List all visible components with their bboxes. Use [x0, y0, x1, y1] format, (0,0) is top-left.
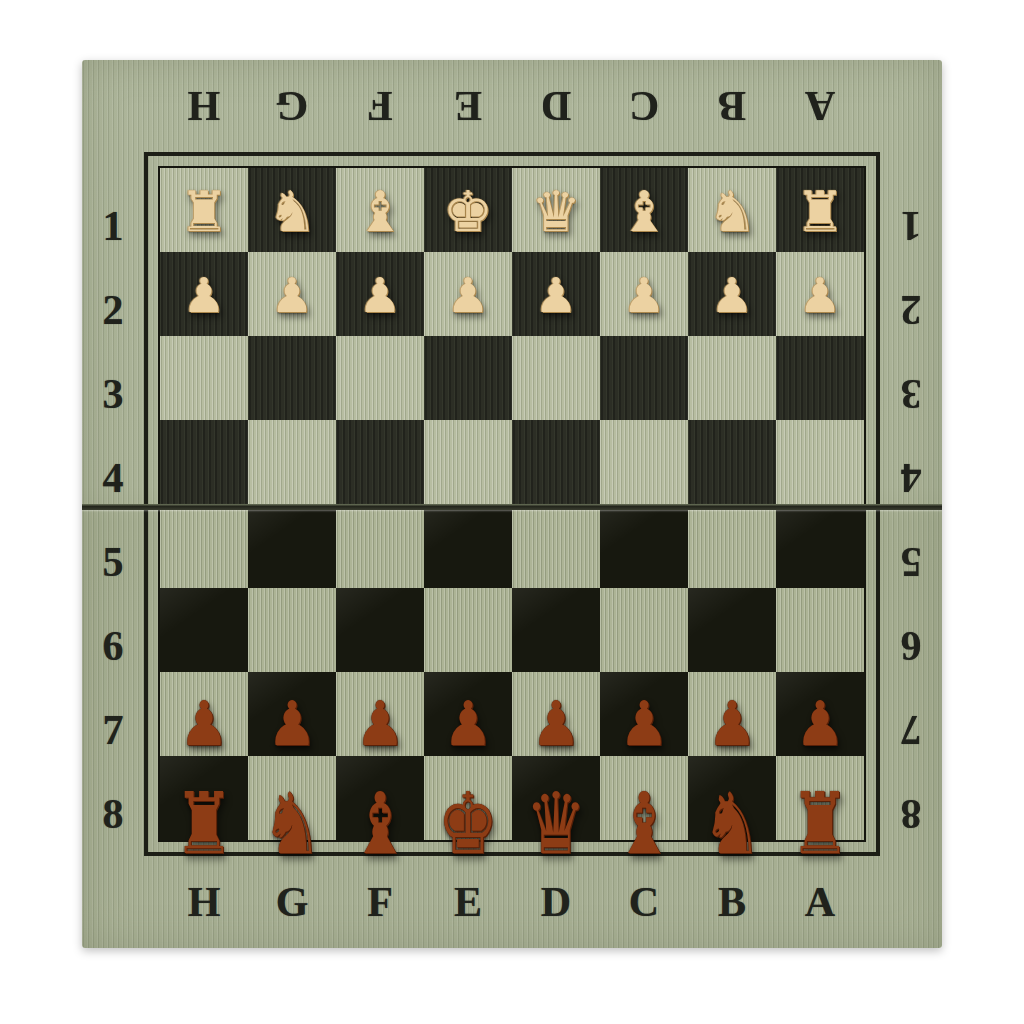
piece-black-knight-b8[interactable]: ♞ — [702, 782, 763, 867]
square-g2[interactable]: ♟ — [248, 252, 336, 336]
square-f6[interactable] — [336, 588, 424, 672]
rank-label-right-2: 2 — [880, 268, 942, 352]
square-e6[interactable] — [424, 588, 512, 672]
square-f8[interactable]: ♝ — [336, 756, 424, 840]
square-b3[interactable] — [688, 336, 776, 420]
square-h3[interactable] — [160, 336, 248, 420]
piece-black-pawn-h7[interactable]: ♟ — [179, 693, 229, 755]
square-a3[interactable] — [776, 336, 864, 420]
piece-white-pawn-g2[interactable]: ♟ — [270, 272, 313, 320]
square-c8[interactable]: ♝ — [600, 756, 688, 840]
square-g3[interactable] — [248, 336, 336, 420]
piece-white-rook-a1[interactable]: ♜ — [795, 184, 845, 240]
file-label-top-f: F — [336, 60, 424, 152]
square-d3[interactable] — [512, 336, 600, 420]
square-e5[interactable] — [424, 504, 512, 588]
chess-board: HGFEDCBA 12345678 12345678 ♜♞♝♚♛♝♞♜♟♟♟♟♟… — [82, 60, 942, 948]
square-e2[interactable]: ♟ — [424, 252, 512, 336]
square-c3[interactable] — [600, 336, 688, 420]
square-d8[interactable]: ♛ — [512, 756, 600, 840]
file-label-top-a: A — [776, 60, 864, 152]
piece-white-pawn-e2[interactable]: ♟ — [446, 272, 489, 320]
rank-label-left-1: 1 — [82, 184, 144, 268]
square-f3[interactable] — [336, 336, 424, 420]
piece-white-king-e1[interactable]: ♚ — [443, 184, 493, 240]
piece-black-pawn-e7[interactable]: ♟ — [443, 693, 493, 755]
square-h6[interactable] — [160, 588, 248, 672]
square-g4[interactable] — [248, 420, 336, 504]
square-b1[interactable]: ♞ — [688, 168, 776, 252]
square-h8[interactable]: ♜ — [160, 756, 248, 840]
piece-black-pawn-g7[interactable]: ♟ — [267, 693, 317, 755]
square-c1[interactable]: ♝ — [600, 168, 688, 252]
square-e7[interactable]: ♟ — [424, 672, 512, 756]
rank-label-right-7: 7 — [880, 688, 942, 772]
square-c7[interactable]: ♟ — [600, 672, 688, 756]
rank-label-left-7: 7 — [82, 688, 144, 772]
square-e8[interactable]: ♚ — [424, 756, 512, 840]
square-b8[interactable]: ♞ — [688, 756, 776, 840]
piece-white-pawn-b2[interactable]: ♟ — [710, 272, 753, 320]
square-b6[interactable] — [688, 588, 776, 672]
square-b7[interactable]: ♟ — [688, 672, 776, 756]
file-label-top-e: E — [424, 60, 512, 152]
square-c4[interactable] — [600, 420, 688, 504]
piece-black-pawn-c7[interactable]: ♟ — [619, 693, 669, 755]
square-c6[interactable] — [600, 588, 688, 672]
square-f4[interactable] — [336, 420, 424, 504]
piece-black-queen-d8[interactable]: ♛ — [526, 782, 587, 867]
square-h4[interactable] — [160, 420, 248, 504]
square-e4[interactable] — [424, 420, 512, 504]
square-d6[interactable] — [512, 588, 600, 672]
square-h7[interactable]: ♟ — [160, 672, 248, 756]
rank-label-right-6: 6 — [880, 604, 942, 688]
square-c2[interactable]: ♟ — [600, 252, 688, 336]
file-label-top-d: D — [512, 60, 600, 152]
piece-black-knight-g8[interactable]: ♞ — [262, 782, 323, 867]
rank-label-right-3: 3 — [880, 352, 942, 436]
rank-labels-right: 12345678 — [880, 168, 942, 872]
rank-label-left-3: 3 — [82, 352, 144, 436]
rank-label-left-5: 5 — [82, 520, 144, 604]
file-label-top-g: G — [248, 60, 336, 152]
piece-white-knight-g1[interactable]: ♞ — [267, 184, 317, 240]
square-h5[interactable] — [160, 504, 248, 588]
rank-labels-left: 12345678 — [82, 168, 144, 872]
file-label-top-c: C — [600, 60, 688, 152]
square-e1[interactable]: ♚ — [424, 168, 512, 252]
piece-white-pawn-h2[interactable]: ♟ — [182, 272, 225, 320]
square-f7[interactable]: ♟ — [336, 672, 424, 756]
square-g6[interactable] — [248, 588, 336, 672]
piece-black-pawn-d7[interactable]: ♟ — [531, 693, 581, 755]
square-a5[interactable] — [776, 504, 864, 588]
rank-label-left-8: 8 — [82, 772, 144, 856]
rank-label-right-8: 8 — [880, 772, 942, 856]
square-a1[interactable]: ♜ — [776, 168, 864, 252]
square-g7[interactable]: ♟ — [248, 672, 336, 756]
piece-white-pawn-f2[interactable]: ♟ — [358, 272, 401, 320]
square-a8[interactable]: ♜ — [776, 756, 864, 840]
square-g1[interactable]: ♞ — [248, 168, 336, 252]
piece-black-bishop-f8[interactable]: ♝ — [350, 782, 411, 867]
square-h1[interactable]: ♜ — [160, 168, 248, 252]
square-d1[interactable]: ♛ — [512, 168, 600, 252]
piece-black-rook-a8[interactable]: ♜ — [790, 782, 851, 867]
piece-white-pawn-c2[interactable]: ♟ — [622, 272, 665, 320]
square-a4[interactable] — [776, 420, 864, 504]
piece-white-knight-b1[interactable]: ♞ — [707, 184, 757, 240]
square-e3[interactable] — [424, 336, 512, 420]
piece-white-pawn-a2[interactable]: ♟ — [798, 272, 841, 320]
square-a7[interactable]: ♟ — [776, 672, 864, 756]
piece-black-rook-h8[interactable]: ♜ — [174, 782, 235, 867]
square-c5[interactable] — [600, 504, 688, 588]
file-label-top-b: B — [688, 60, 776, 152]
square-d2[interactable]: ♟ — [512, 252, 600, 336]
square-h2[interactable]: ♟ — [160, 252, 248, 336]
piece-black-pawn-b7[interactable]: ♟ — [707, 693, 757, 755]
square-b2[interactable]: ♟ — [688, 252, 776, 336]
square-f2[interactable]: ♟ — [336, 252, 424, 336]
square-g8[interactable]: ♞ — [248, 756, 336, 840]
square-b5[interactable] — [688, 504, 776, 588]
rank-label-right-1: 1 — [880, 184, 942, 268]
square-f1[interactable]: ♝ — [336, 168, 424, 252]
piece-black-king-e8[interactable]: ♚ — [438, 782, 499, 867]
rank-label-left-2: 2 — [82, 268, 144, 352]
piece-white-bishop-c1[interactable]: ♝ — [619, 184, 669, 240]
square-a6[interactable] — [776, 588, 864, 672]
fold-seam — [82, 504, 942, 510]
square-g5[interactable] — [248, 504, 336, 588]
square-a2[interactable]: ♟ — [776, 252, 864, 336]
file-labels-top: HGFEDCBA — [160, 60, 864, 152]
file-label-top-h: H — [160, 60, 248, 152]
piece-black-pawn-f7[interactable]: ♟ — [355, 693, 405, 755]
square-b4[interactable] — [688, 420, 776, 504]
square-d5[interactable] — [512, 504, 600, 588]
rank-label-right-5: 5 — [880, 520, 942, 604]
piece-white-queen-d1[interactable]: ♛ — [531, 184, 581, 240]
piece-white-bishop-f1[interactable]: ♝ — [355, 184, 405, 240]
square-d4[interactable] — [512, 420, 600, 504]
piece-black-bishop-c8[interactable]: ♝ — [614, 782, 675, 867]
square-d7[interactable]: ♟ — [512, 672, 600, 756]
piece-white-pawn-d2[interactable]: ♟ — [534, 272, 577, 320]
piece-black-pawn-a7[interactable]: ♟ — [795, 693, 845, 755]
piece-white-rook-h1[interactable]: ♜ — [179, 184, 229, 240]
square-f5[interactable] — [336, 504, 424, 588]
rank-label-left-6: 6 — [82, 604, 144, 688]
